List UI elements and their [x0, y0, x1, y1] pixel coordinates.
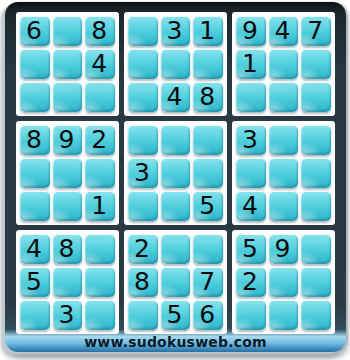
cell-r3c5[interactable]: 4: [161, 82, 191, 112]
cell-r9c7[interactable]: [236, 300, 266, 330]
cell-digit: 3: [59, 302, 75, 327]
cell-r1c9[interactable]: 7: [301, 16, 331, 46]
cell-digit: 1: [91, 193, 107, 218]
cell-digit: 8: [59, 236, 75, 261]
cell-r2c9[interactable]: [301, 49, 331, 79]
cell-r3c1[interactable]: [20, 82, 50, 112]
cell-digit: 8: [91, 18, 107, 43]
cell-r2c2[interactable]: [53, 49, 83, 79]
cell-r5c2[interactable]: [53, 158, 83, 188]
cell-r4c2[interactable]: 9: [53, 125, 83, 155]
box-2-2: 35: [124, 121, 227, 225]
box-3-3: 592: [232, 230, 335, 334]
cell-r5c3[interactable]: [85, 158, 115, 188]
cell-r4c4[interactable]: [128, 125, 158, 155]
cell-digit: 3: [242, 127, 258, 152]
cell-r1c3[interactable]: 8: [85, 16, 115, 46]
cell-r8c4[interactable]: 8: [128, 267, 158, 297]
cell-r2c6[interactable]: [193, 49, 223, 79]
cell-r1c5[interactable]: 3: [161, 16, 191, 46]
cell-r2c1[interactable]: [20, 49, 50, 79]
cell-r4c9[interactable]: [301, 125, 331, 155]
cell-r7c6[interactable]: [193, 234, 223, 264]
sudoku-grid: 6843148947189213534485328756592: [16, 12, 335, 334]
cell-r5c5[interactable]: [161, 158, 191, 188]
cell-r5c8[interactable]: [269, 158, 299, 188]
cell-r5c1[interactable]: [20, 158, 50, 188]
cell-r9c4[interactable]: [128, 300, 158, 330]
cell-r7c1[interactable]: 4: [20, 234, 50, 264]
cell-r1c2[interactable]: [53, 16, 83, 46]
cell-r5c6[interactable]: [193, 158, 223, 188]
cell-r1c7[interactable]: 9: [236, 16, 266, 46]
cell-r9c9[interactable]: [301, 300, 331, 330]
cell-r6c3[interactable]: 1: [85, 191, 115, 221]
cell-r7c7[interactable]: 5: [236, 234, 266, 264]
cell-r8c9[interactable]: [301, 267, 331, 297]
cell-digit: 8: [134, 269, 150, 294]
cell-r2c7[interactable]: 1: [236, 49, 266, 79]
cell-digit: 5: [167, 302, 183, 327]
cell-r7c4[interactable]: 2: [128, 234, 158, 264]
page: 6843148947189213534485328756592 www.sudo…: [0, 0, 350, 360]
site-url-label: www.sudokusweb.com: [84, 334, 267, 350]
cell-digit: 7: [199, 269, 215, 294]
box-3-1: 4853: [16, 230, 119, 334]
box-3-2: 28756: [124, 230, 227, 334]
cell-r6c4[interactable]: [128, 191, 158, 221]
cell-r8c1[interactable]: 5: [20, 267, 50, 297]
cell-r2c8[interactable]: [269, 49, 299, 79]
cell-r6c5[interactable]: [161, 191, 191, 221]
cell-digit: 9: [59, 127, 75, 152]
cell-r9c1[interactable]: [20, 300, 50, 330]
cell-digit: 8: [26, 127, 42, 152]
sudoku-board: 6843148947189213534485328756592 www.sudo…: [5, 2, 346, 352]
cell-digit: 1: [242, 51, 258, 76]
cell-digit: 6: [26, 18, 42, 43]
cell-r3c2[interactable]: [53, 82, 83, 112]
cell-r6c2[interactable]: [53, 191, 83, 221]
cell-digit: 4: [91, 51, 107, 76]
cell-r9c6[interactable]: 6: [193, 300, 223, 330]
cell-digit: 4: [26, 236, 42, 261]
cell-r8c3[interactable]: [85, 267, 115, 297]
cell-r4c8[interactable]: [269, 125, 299, 155]
box-1-3: 9471: [232, 12, 335, 116]
cell-digit: 9: [275, 236, 291, 261]
cell-r7c5[interactable]: [161, 234, 191, 264]
cell-r3c6[interactable]: 8: [193, 82, 223, 112]
cell-digit: 9: [242, 18, 258, 43]
cell-r9c2[interactable]: 3: [53, 300, 83, 330]
footer-bar: www.sudokusweb.com: [16, 334, 335, 352]
cell-digit: 5: [26, 269, 42, 294]
cell-digit: 3: [167, 18, 183, 43]
cell-digit: 2: [242, 269, 258, 294]
cell-r3c3[interactable]: [85, 82, 115, 112]
cell-digit: 5: [242, 236, 258, 261]
cell-r3c7[interactable]: [236, 82, 266, 112]
cell-r7c2[interactable]: 8: [53, 234, 83, 264]
cell-r7c3[interactable]: [85, 234, 115, 264]
cell-digit: 1: [199, 18, 215, 43]
cell-r2c5[interactable]: [161, 49, 191, 79]
cell-r3c9[interactable]: [301, 82, 331, 112]
cell-r3c8[interactable]: [269, 82, 299, 112]
cell-digit: 2: [134, 236, 150, 261]
cell-r7c9[interactable]: [301, 234, 331, 264]
cell-r2c4[interactable]: [128, 49, 158, 79]
cell-r9c8[interactable]: [269, 300, 299, 330]
cell-r1c1[interactable]: 6: [20, 16, 50, 46]
cell-r9c3[interactable]: [85, 300, 115, 330]
cell-r8c5[interactable]: [161, 267, 191, 297]
cell-r9c5[interactable]: 5: [161, 300, 191, 330]
cell-r8c8[interactable]: [269, 267, 299, 297]
cell-r5c4[interactable]: 3: [128, 158, 158, 188]
cell-r2c3[interactable]: 4: [85, 49, 115, 79]
cell-r4c3[interactable]: 2: [85, 125, 115, 155]
box-1-1: 684: [16, 12, 119, 116]
cell-r6c7[interactable]: 4: [236, 191, 266, 221]
box-2-3: 34: [232, 121, 335, 225]
cell-r4c1[interactable]: 8: [20, 125, 50, 155]
cell-digit: 6: [199, 302, 215, 327]
cell-r6c6[interactable]: 5: [193, 191, 223, 221]
cell-r8c2[interactable]: [53, 267, 83, 297]
cell-digit: 7: [307, 18, 323, 43]
cell-r4c6[interactable]: [193, 125, 223, 155]
cell-r8c7[interactable]: 2: [236, 267, 266, 297]
cell-r8c6[interactable]: 7: [193, 267, 223, 297]
box-2-1: 8921: [16, 121, 119, 225]
cell-r1c4[interactable]: [128, 16, 158, 46]
cell-digit: 4: [275, 18, 291, 43]
box-1-2: 3148: [124, 12, 227, 116]
cell-r5c7[interactable]: [236, 158, 266, 188]
cell-r4c7[interactable]: 3: [236, 125, 266, 155]
cell-digit: 4: [167, 84, 183, 109]
cell-r6c9[interactable]: [301, 191, 331, 221]
cell-digit: 4: [242, 193, 258, 218]
cell-digit: 2: [91, 127, 107, 152]
cell-r3c4[interactable]: [128, 82, 158, 112]
cell-r1c6[interactable]: 1: [193, 16, 223, 46]
cell-r7c8[interactable]: 9: [269, 234, 299, 264]
cell-digit: 3: [134, 160, 150, 185]
cell-r1c8[interactable]: 4: [269, 16, 299, 46]
cell-r6c1[interactable]: [20, 191, 50, 221]
cell-r4c5[interactable]: [161, 125, 191, 155]
cell-r5c9[interactable]: [301, 158, 331, 188]
cell-digit: 8: [199, 84, 215, 109]
cell-digit: 5: [199, 193, 215, 218]
cell-r6c8[interactable]: [269, 191, 299, 221]
